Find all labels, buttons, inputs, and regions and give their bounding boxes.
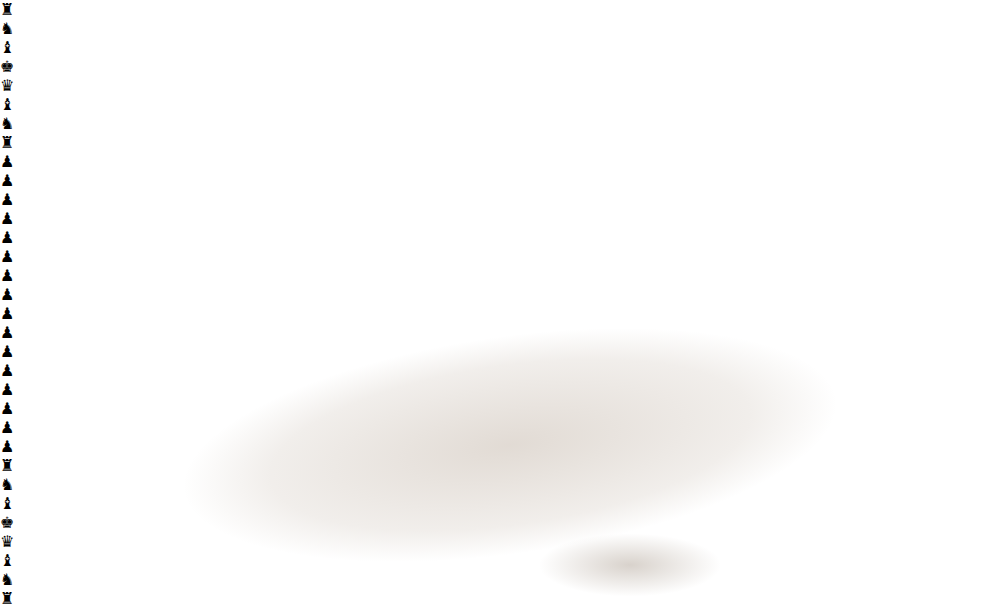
silver-rook: ♜︎ — [0, 133, 1000, 152]
piece-glyph: ♜︎ — [0, 456, 14, 475]
piece-glyph: ♜︎ — [0, 0, 14, 19]
silver-pawn: ♟︎ — [0, 209, 1000, 228]
silver-knight: ♞︎ — [0, 114, 1000, 133]
silver-king: ♚︎ — [0, 57, 1000, 76]
piece-glyph: ♝︎ — [0, 38, 14, 57]
piece-glyph: ♟︎ — [0, 361, 14, 380]
silver-pawn: ♟︎ — [0, 247, 1000, 266]
near-corner-shadow — [500, 520, 760, 607]
piece-glyph: ♚︎ — [0, 513, 14, 532]
square-r1c6: ♝︎ — [0, 95, 1000, 114]
silver-pawn: ♟︎ — [0, 190, 1000, 209]
square-r2c1: ♟︎ — [0, 152, 1000, 171]
piece-glyph: ♝︎ — [0, 95, 14, 114]
square-r1c1: ♜︎ — [0, 0, 1000, 19]
piece-glyph: ♞︎ — [0, 114, 14, 133]
piece-glyph: ♟︎ — [0, 228, 14, 247]
square-r2c5: ♟︎ — [0, 228, 1000, 247]
square-r2c4: ♟︎ — [0, 209, 1000, 228]
piece-glyph: ♟︎ — [0, 285, 14, 304]
piece-glyph: ♟︎ — [0, 418, 14, 437]
piece-glyph: ♛︎ — [0, 76, 14, 95]
piece-glyph: ♟︎ — [0, 247, 14, 266]
piece-glyph: ♟︎ — [0, 323, 14, 342]
silver-pawn: ♟︎ — [0, 152, 1000, 171]
piece-glyph: ♟︎ — [0, 304, 14, 323]
silver-pawn: ♟︎ — [0, 266, 1000, 285]
piece-glyph: ♟︎ — [0, 171, 14, 190]
chess-set-photo: ♜︎♞︎♝︎♚︎♛︎♝︎♞︎♜︎♟︎♟︎♟︎♟︎♟︎♟︎♟︎♟︎♟︎♟︎♟︎♟︎… — [0, 0, 1000, 607]
piece-glyph: ♟︎ — [0, 209, 14, 228]
piece-glyph: ♞︎ — [0, 570, 14, 589]
silver-rook: ♜︎ — [0, 0, 1000, 19]
silver-pawn: ♟︎ — [0, 228, 1000, 247]
piece-glyph: ♟︎ — [0, 190, 14, 209]
piece-glyph: ♛︎ — [0, 532, 14, 551]
square-r1c2: ♞︎ — [0, 19, 1000, 38]
piece-glyph: ♚︎ — [0, 57, 14, 76]
piece-glyph: ♝︎ — [0, 494, 14, 513]
square-r2c2: ♟︎ — [0, 171, 1000, 190]
piece-glyph: ♞︎ — [0, 475, 14, 494]
silver-pawn: ♟︎ — [0, 171, 1000, 190]
piece-glyph: ♟︎ — [0, 266, 14, 285]
piece-glyph: ♟︎ — [0, 437, 14, 456]
piece-glyph: ♟︎ — [0, 399, 14, 418]
piece-glyph: ♞︎ — [0, 19, 14, 38]
silver-bishop: ♝︎ — [0, 95, 1000, 114]
piece-glyph: ♜︎ — [0, 133, 14, 152]
square-r2c3: ♟︎ — [0, 190, 1000, 209]
square-r1c5: ♛︎ — [0, 76, 1000, 95]
piece-glyph: ♟︎ — [0, 342, 14, 361]
square-r1c3: ♝︎ — [0, 38, 1000, 57]
piece-glyph: ♜︎ — [0, 589, 14, 607]
piece-glyph: ♟︎ — [0, 380, 14, 399]
silver-queen: ♛︎ — [0, 76, 1000, 95]
square-r1c4: ♚︎ — [0, 57, 1000, 76]
piece-glyph: ♟︎ — [0, 152, 14, 171]
silver-bishop: ♝︎ — [0, 38, 1000, 57]
square-r1c8: ♜︎ — [0, 133, 1000, 152]
piece-glyph: ♝︎ — [0, 551, 14, 570]
square-r1c7: ♞︎ — [0, 114, 1000, 133]
square-r2c7: ♟︎ — [0, 266, 1000, 285]
silver-knight: ♞︎ — [0, 19, 1000, 38]
square-r2c6: ♟︎ — [0, 247, 1000, 266]
